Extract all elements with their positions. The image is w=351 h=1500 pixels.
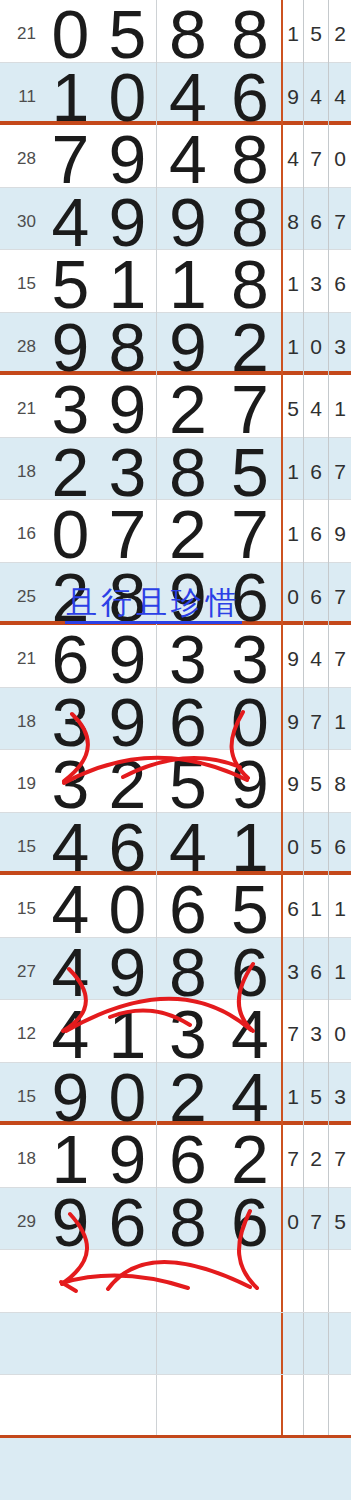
aux-digit: 6 (303, 563, 328, 631)
sum-label: 28 (0, 313, 42, 381)
sum-label: 30 (0, 188, 42, 256)
draw-digit: 3 (231, 625, 269, 693)
watermark-text: 且行且珍惜 (65, 586, 242, 624)
aux-digit: 7 (303, 688, 328, 756)
aux-digit: 1 (328, 875, 351, 943)
chart-row: 154065611 (0, 875, 351, 938)
draw-digit-pair: 79 (42, 125, 157, 193)
draw-digit: 8 (231, 125, 269, 193)
aux-digit: 5 (303, 813, 328, 881)
draw-digit-pair: 96 (42, 1188, 157, 1256)
draw-digit: 5 (52, 250, 90, 318)
draw-digit-pair: 86 (157, 1188, 281, 1256)
aux-digit: 4 (281, 125, 303, 193)
draw-digit-pair (42, 1250, 157, 1312)
draw-digit-pair (42, 1313, 157, 1375)
chart-row: 193259958 (0, 750, 351, 813)
draw-digit: 9 (109, 1125, 147, 1193)
aux-digit: 9 (281, 750, 303, 818)
chart-row (0, 1375, 351, 1438)
chart-row: 160727169 (0, 500, 351, 563)
draw-digit-pair: 41 (42, 1000, 157, 1068)
draw-digit-pair: 59 (157, 750, 281, 818)
aux-digit: 7 (303, 125, 328, 193)
draw-digit-pair (157, 1375, 281, 1435)
draw-digit: 3 (52, 375, 90, 443)
draw-digit: 0 (109, 875, 147, 943)
aux-digit: 6 (303, 188, 328, 256)
aux-digit: 6 (303, 938, 328, 1006)
aux-digit: 1 (281, 500, 303, 568)
sum-label: 11 (0, 63, 42, 131)
draw-digit: 8 (231, 250, 269, 318)
draw-digit-pair (157, 1313, 281, 1375)
draw-digit-pair: 32 (42, 750, 157, 818)
sum-label: 16 (0, 500, 42, 568)
draw-digit: 6 (52, 625, 90, 693)
aux-digit: 7 (281, 1125, 303, 1193)
aux-digit: 0 (303, 313, 328, 381)
aux-digit: 2 (303, 1125, 328, 1193)
aux-digit (328, 1375, 351, 1435)
aux-digit: 1 (281, 1063, 303, 1131)
sum-label (0, 1313, 42, 1375)
draw-digit: 4 (169, 125, 207, 193)
sum-label: 27 (0, 938, 42, 1006)
chart-row (0, 1313, 351, 1376)
sum-label: 15 (0, 1063, 42, 1131)
draw-digit-pair: 62 (157, 1125, 281, 1193)
draw-digit: 9 (109, 375, 147, 443)
aux-digit: 1 (328, 938, 351, 1006)
aux-digit: 5 (281, 375, 303, 443)
aux-digit: 3 (303, 1000, 328, 1068)
chart-row: 213927541 (0, 375, 351, 438)
chart-row: 210588152 (0, 0, 351, 63)
aux-digit: 9 (328, 500, 351, 568)
chart-row (0, 1250, 351, 1313)
aux-digit: 7 (328, 1125, 351, 1193)
aux-digit: 6 (303, 438, 328, 506)
chart-row: 159024153 (0, 1063, 351, 1126)
chart-row: 154641056 (0, 813, 351, 876)
sum-label: 21 (0, 375, 42, 443)
sum-label: 29 (0, 1188, 42, 1256)
aux-digit (303, 1250, 328, 1312)
draw-digit: 3 (52, 750, 90, 818)
draw-digit: 5 (169, 750, 207, 818)
draw-digit: 2 (169, 375, 207, 443)
rows-container: 2105881521110469442879484703049988671551… (0, 0, 351, 1438)
aux-digit: 6 (281, 875, 303, 943)
chart-row: 182385167 (0, 438, 351, 501)
chart-row: 216933947 (0, 625, 351, 688)
draw-digit-pair: 39 (42, 375, 157, 443)
draw-digit: 8 (169, 1188, 207, 1256)
aux-digit: 3 (328, 1063, 351, 1131)
draw-digit: 9 (109, 625, 147, 693)
draw-digit-pair (42, 1375, 157, 1435)
chart-row: 289892103 (0, 313, 351, 376)
draw-digit: 3 (169, 1000, 207, 1068)
aux-digit: 3 (281, 938, 303, 1006)
chart-row: 299686075 (0, 1188, 351, 1251)
draw-digit-pair: 27 (157, 500, 281, 568)
draw-digit-pair: 40 (42, 875, 157, 943)
aux-digit (303, 1313, 328, 1375)
aux-digit: 1 (281, 0, 303, 68)
draw-digit-pair: 69 (42, 625, 157, 693)
aux-digit: 2 (328, 0, 351, 68)
draw-digit: 6 (169, 1125, 207, 1193)
chart-row: 111046944 (0, 63, 351, 126)
draw-digit: 7 (231, 500, 269, 568)
draw-digit: 1 (52, 1125, 90, 1193)
aux-digit: 1 (328, 375, 351, 443)
draw-digit: 9 (109, 125, 147, 193)
aux-digit: 0 (281, 813, 303, 881)
sum-label: 28 (0, 125, 42, 193)
draw-digit: 2 (109, 750, 147, 818)
aux-digit: 8 (328, 750, 351, 818)
sum-label: 12 (0, 1000, 42, 1068)
draw-digit: 7 (231, 375, 269, 443)
draw-digit: 2 (231, 1125, 269, 1193)
sum-label: 18 (0, 688, 42, 756)
lottery-trend-board: 2105881521110469442879484703049988671551… (0, 0, 351, 1500)
aux-digit: 7 (328, 188, 351, 256)
draw-digit-pair: 34 (157, 1000, 281, 1068)
aux-digit: 1 (328, 688, 351, 756)
aux-digit: 9 (281, 688, 303, 756)
sum-label: 15 (0, 875, 42, 943)
aux-digit: 6 (303, 500, 328, 568)
draw-digit: 1 (169, 250, 207, 318)
sum-label (0, 1250, 42, 1312)
aux-digit: 6 (328, 813, 351, 881)
draw-digit: 0 (52, 500, 90, 568)
aux-digit: 3 (303, 250, 328, 318)
draw-digit-pair: 05 (42, 0, 157, 68)
aux-digit: 4 (303, 375, 328, 443)
draw-digit: 6 (109, 1188, 147, 1256)
aux-digit: 7 (328, 438, 351, 506)
aux-digit: 7 (303, 1188, 328, 1256)
draw-digit: 5 (109, 0, 147, 68)
aux-digit (328, 1313, 351, 1375)
aux-digit: 9 (281, 625, 303, 693)
draw-digit: 4 (231, 1000, 269, 1068)
sum-label: 21 (0, 625, 42, 693)
draw-digit: 3 (169, 625, 207, 693)
aux-digit: 1 (281, 313, 303, 381)
aux-digit: 7 (328, 625, 351, 693)
chart-row: 183960971 (0, 688, 351, 751)
aux-digit: 4 (303, 63, 328, 131)
draw-digit: 9 (231, 750, 269, 818)
draw-digit: 0 (52, 0, 90, 68)
aux-digit: 8 (281, 188, 303, 256)
aux-digit (281, 1313, 303, 1375)
draw-digit-pair: 48 (157, 125, 281, 193)
draw-digit: 1 (109, 1000, 147, 1068)
aux-digit: 0 (328, 125, 351, 193)
aux-digit: 6 (328, 250, 351, 318)
draw-digit-pair (157, 1250, 281, 1312)
draw-digit-pair: 51 (42, 250, 157, 318)
aux-digit: 0 (328, 1000, 351, 1068)
draw-digit-pair: 88 (157, 0, 281, 68)
aux-digit: 9 (281, 63, 303, 131)
sum-label: 25 (0, 563, 42, 631)
sum-label: 18 (0, 1125, 42, 1193)
aux-digit (281, 1250, 303, 1312)
draw-digit: 6 (169, 875, 207, 943)
draw-digit-pair: 07 (42, 500, 157, 568)
sum-label: 19 (0, 750, 42, 818)
aux-digit: 4 (303, 625, 328, 693)
draw-digit-pair: 27 (157, 375, 281, 443)
chart-row: 181962727 (0, 1125, 351, 1188)
aux-digit: 3 (328, 313, 351, 381)
draw-digit: 5 (231, 875, 269, 943)
bottom-strip (0, 1438, 351, 1500)
aux-digit: 4 (328, 63, 351, 131)
sum-label: 15 (0, 813, 42, 881)
aux-digit: 7 (328, 563, 351, 631)
draw-digit-pair: 33 (157, 625, 281, 693)
aux-digit: 5 (303, 0, 328, 68)
draw-digit: 9 (52, 1188, 90, 1256)
aux-digit: 5 (328, 1188, 351, 1256)
aux-digit: 0 (281, 563, 303, 631)
aux-digit: 1 (281, 250, 303, 318)
sum-label (0, 1375, 42, 1435)
aux-digit: 1 (303, 875, 328, 943)
chart-row: 155118136 (0, 250, 351, 313)
chart-row: 274986361 (0, 938, 351, 1001)
aux-digit (328, 1250, 351, 1312)
draw-digit-pair: 18 (157, 250, 281, 318)
draw-digit: 2 (169, 500, 207, 568)
draw-digit-pair: 19 (42, 1125, 157, 1193)
aux-digit: 5 (303, 750, 328, 818)
draw-digit: 8 (231, 0, 269, 68)
draw-digit: 6 (231, 1188, 269, 1256)
draw-digit: 1 (109, 250, 147, 318)
chart-row: 304998867 (0, 188, 351, 251)
sum-label: 15 (0, 250, 42, 318)
draw-digit: 4 (52, 1000, 90, 1068)
draw-digit: 7 (52, 125, 90, 193)
draw-digit: 7 (109, 500, 147, 568)
aux-digit (303, 1375, 328, 1435)
aux-digit: 5 (303, 1063, 328, 1131)
aux-digit (281, 1375, 303, 1435)
sum-label: 21 (0, 0, 42, 68)
aux-digit: 1 (281, 438, 303, 506)
chart-row: 287948470 (0, 125, 351, 188)
draw-digit-pair: 65 (157, 875, 281, 943)
draw-digit: 4 (52, 875, 90, 943)
aux-digit: 7 (281, 1000, 303, 1068)
sum-label: 18 (0, 438, 42, 506)
aux-digit: 0 (281, 1188, 303, 1256)
chart-row: 124134730 (0, 1000, 351, 1063)
draw-digit: 8 (169, 0, 207, 68)
